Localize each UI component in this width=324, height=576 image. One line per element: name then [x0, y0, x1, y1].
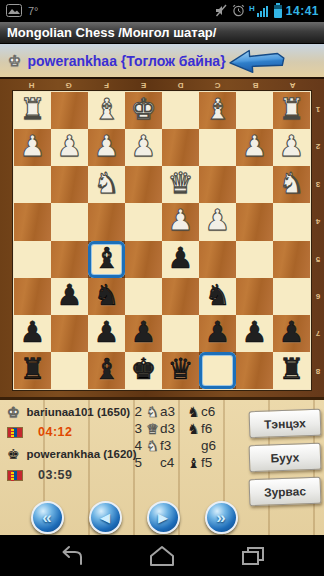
white-knight-a3: ♞ [279, 169, 305, 198]
square-h6[interactable] [14, 278, 51, 315]
status-bar: 7° H 14:41 [0, 0, 324, 22]
rank-label-8: 8 [312, 353, 324, 390]
rank-label-2: 2 [312, 128, 324, 165]
square-f3[interactable]: ♞ [88, 166, 125, 203]
file-label-C: C [199, 79, 236, 91]
square-b6[interactable] [236, 278, 273, 315]
black-king-e8: ♚ [131, 355, 157, 384]
square-e4[interactable] [125, 203, 162, 240]
move-number: 3 [130, 421, 142, 436]
white-clock-row: 04:12 [7, 425, 72, 439]
black-bishop-f8: ♝ [94, 355, 120, 384]
back-icon[interactable] [58, 545, 84, 567]
app-screen: 7° H 14:41 Mongolian Chess /Монгол шатар… [0, 0, 324, 576]
white-move-piece-icon: ♛ [145, 422, 160, 436]
square-h4[interactable] [14, 203, 51, 240]
file-label-B: B [237, 79, 274, 91]
square-d6[interactable] [162, 278, 199, 315]
square-d2[interactable] [162, 129, 199, 166]
move-nav-buttons: «◀▶» [0, 501, 250, 534]
white-move-square: f3 [160, 438, 186, 453]
black-bishop-f5: ♝ [94, 244, 120, 273]
white-player-name: bariunaa101 (1650) [27, 406, 131, 418]
file-labels: HGFEDCBA [13, 79, 311, 91]
square-g4[interactable] [51, 203, 88, 240]
game-header: ♚ powerankhaa {Тоглож байна} [0, 44, 324, 77]
square-h2[interactable]: ♟ [14, 129, 51, 166]
black-knight-f6: ♞ [94, 281, 120, 310]
square-c8[interactable] [199, 352, 236, 389]
white-move-square: d3 [160, 421, 186, 436]
alarm-icon [232, 4, 245, 19]
draw-button[interactable]: Тэнцэх [249, 409, 322, 438]
white-move-square: c4 [160, 455, 186, 470]
square-a2[interactable]: ♟ [273, 129, 310, 166]
white-queen-d3: ♛ [168, 169, 194, 198]
square-e2[interactable]: ♟ [125, 129, 162, 166]
white-player-king-icon: ♚ [7, 405, 20, 419]
square-f6[interactable]: ♞ [88, 278, 125, 315]
temperature-label: 7° [28, 5, 39, 17]
first-move-button[interactable]: « [31, 501, 64, 534]
signal-icon [257, 6, 268, 17]
black-pawn-c7: ♟ [205, 318, 231, 347]
player-row-black: ♚ powerankhaa (1620) [7, 447, 137, 461]
square-d8[interactable]: ♛ [162, 352, 199, 389]
square-e3[interactable] [125, 166, 162, 203]
resign-button[interactable]: Буух [249, 443, 322, 472]
move-number: 4 [130, 438, 142, 453]
black-pawn-h7: ♟ [20, 318, 46, 347]
black-move-square: c6 [201, 404, 227, 419]
square-c1[interactable]: ♝ [199, 92, 236, 129]
square-g6[interactable]: ♟ [51, 278, 88, 315]
white-pawn-b2: ♟ [242, 132, 268, 161]
next-move-button[interactable]: ▶ [147, 501, 180, 534]
square-c7[interactable]: ♟ [199, 315, 236, 352]
white-bishop-c1: ♝ [205, 95, 231, 124]
file-label-A: A [274, 79, 311, 91]
square-a1[interactable]: ♜ [273, 92, 310, 129]
square-f8[interactable]: ♝ [88, 352, 125, 389]
white-king-icon: ♚ [8, 52, 21, 70]
white-pawn-f2: ♟ [94, 132, 120, 161]
black-move-piece-icon: ♞ [186, 405, 201, 419]
square-b1[interactable] [236, 92, 273, 129]
black-pawn-b7: ♟ [242, 318, 268, 347]
game-info-panel: ♚ bariunaa101 (1650) 04:12 ♚ powerankhaa… [0, 400, 324, 535]
square-f4[interactable] [88, 203, 125, 240]
black-queen-d8: ♛ [168, 355, 194, 384]
move-row-5: 5c4♝f5 [130, 454, 227, 471]
square-h1[interactable]: ♜ [14, 92, 51, 129]
move-list[interactable]: 2♞a3♞c63♛d3♞f64♞f3g65c4♝f5 [130, 403, 227, 471]
white-pawn-d4: ♟ [168, 206, 194, 235]
player-row-white: ♚ bariunaa101 (1650) [7, 405, 130, 419]
rank-label-4: 4 [312, 203, 324, 240]
square-e7[interactable]: ♟ [125, 315, 162, 352]
black-player-king-icon: ♚ [7, 447, 20, 461]
rank-label-6: 6 [312, 278, 324, 315]
white-pawn-h2: ♟ [20, 132, 46, 161]
recents-icon[interactable] [240, 545, 266, 567]
rank-label-3: 3 [312, 166, 324, 203]
square-e5[interactable] [125, 241, 162, 278]
black-pawn-d5: ♟ [168, 244, 194, 273]
rank-label-5: 5 [312, 241, 324, 278]
black-move-square: f6 [201, 421, 227, 436]
action-buttons: Тэнцэх Буух Зурвас [249, 410, 321, 505]
clock-time: 14:41 [286, 4, 319, 18]
square-b4[interactable] [236, 203, 273, 240]
square-e6[interactable] [125, 278, 162, 315]
black-rook-h8: ♜ [20, 355, 46, 384]
square-c3[interactable] [199, 166, 236, 203]
white-bishop-f1: ♝ [94, 95, 120, 124]
move-number: 2 [130, 404, 142, 419]
square-g8[interactable] [51, 352, 88, 389]
battery-icon [274, 5, 282, 18]
square-f1[interactable]: ♝ [88, 92, 125, 129]
square-d5[interactable]: ♟ [162, 241, 199, 278]
back-arrow-button[interactable] [228, 48, 286, 79]
square-a8[interactable]: ♜ [273, 352, 310, 389]
file-label-E: E [125, 79, 162, 91]
white-pawn-c4: ♟ [205, 206, 231, 235]
square-f5[interactable]: ♝ [88, 241, 125, 278]
chess-board-frame: HGFEDCBA 12345678 ♜♝♚♝♜♟♟♟♟♟♟♞♛♞♟♟♝♟♟♞♞♟… [0, 77, 324, 400]
turn-status-label: powerankhaa {Тоглож байна} [27, 53, 225, 69]
square-c4[interactable]: ♟ [199, 203, 236, 240]
file-label-G: G [50, 79, 87, 91]
white-pawn-g2: ♟ [57, 132, 83, 161]
square-a6[interactable] [273, 278, 310, 315]
square-g7[interactable] [51, 315, 88, 352]
square-d1[interactable] [162, 92, 199, 129]
home-icon[interactable] [148, 545, 176, 567]
mute-icon [215, 4, 228, 19]
black-player-name: powerankhaa (1620) [27, 448, 137, 460]
square-g5[interactable] [51, 241, 88, 278]
square-d4[interactable]: ♟ [162, 203, 199, 240]
square-a5[interactable] [273, 241, 310, 278]
square-d3[interactable]: ♛ [162, 166, 199, 203]
black-clock: 03:59 [38, 468, 72, 482]
square-e1[interactable]: ♚ [125, 92, 162, 129]
white-knight-f3: ♞ [94, 169, 120, 198]
message-button[interactable]: Зурвас [249, 477, 322, 506]
black-knight-c6: ♞ [205, 281, 231, 310]
square-f7[interactable]: ♟ [88, 315, 125, 352]
square-b5[interactable] [236, 241, 273, 278]
square-a3[interactable]: ♞ [273, 166, 310, 203]
square-b2[interactable]: ♟ [236, 129, 273, 166]
white-move-piece-icon: ♞ [145, 405, 160, 419]
white-pawn-e2: ♟ [131, 132, 157, 161]
rank-label-7: 7 [312, 315, 324, 352]
chess-board[interactable]: ♜♝♚♝♜♟♟♟♟♟♟♞♛♞♟♟♝♟♟♞♞♟♟♟♟♟♟♜♝♚♛♜ [13, 91, 311, 390]
black-pawn-a7: ♟ [279, 318, 305, 347]
title-bar: Mongolian Chess /Монгол шатар/ [0, 22, 324, 44]
move-row-2: 2♞a3♞c6 [130, 403, 227, 420]
android-nav-bar [0, 535, 324, 576]
white-move-piece-icon: ♞ [145, 439, 160, 453]
mongolia-flag-icon [7, 427, 23, 438]
square-d7[interactable] [162, 315, 199, 352]
black-move-square: f5 [201, 455, 227, 470]
black-clock-row: 03:59 [7, 468, 72, 482]
square-g2[interactable]: ♟ [51, 129, 88, 166]
square-h8[interactable]: ♜ [14, 352, 51, 389]
white-pawn-a2: ♟ [279, 132, 305, 161]
square-g1[interactable] [51, 92, 88, 129]
square-c6[interactable]: ♞ [199, 278, 236, 315]
black-rook-a8: ♜ [279, 355, 305, 384]
black-move-piece-icon: ♝ [186, 456, 201, 470]
white-king-e1: ♚ [131, 95, 157, 124]
white-rook-a1: ♜ [279, 95, 305, 124]
black-pawn-e7: ♟ [131, 318, 157, 347]
square-a4[interactable] [273, 203, 310, 240]
white-rook-h1: ♜ [20, 95, 46, 124]
square-c2[interactable] [199, 129, 236, 166]
square-a7[interactable]: ♟ [273, 315, 310, 352]
square-b8[interactable] [236, 352, 273, 389]
rank-labels: 12345678 [312, 91, 324, 390]
square-h7[interactable]: ♟ [14, 315, 51, 352]
black-pawn-f7: ♟ [94, 318, 120, 347]
network-type-label: H [249, 4, 255, 13]
file-label-F: F [88, 79, 125, 91]
black-move-square: g6 [201, 438, 227, 453]
white-move-square: a3 [160, 404, 186, 419]
gallery-notification-icon [6, 4, 22, 19]
move-row-3: 3♛d3♞f6 [130, 420, 227, 437]
move-number: 5 [130, 455, 142, 470]
square-h3[interactable] [14, 166, 51, 203]
move-row-4: 4♞f3g6 [130, 437, 227, 454]
white-clock: 04:12 [38, 425, 72, 439]
square-b3[interactable] [236, 166, 273, 203]
square-b7[interactable]: ♟ [236, 315, 273, 352]
mongolia-flag-icon [7, 470, 23, 481]
prev-move-button[interactable]: ◀ [89, 501, 122, 534]
square-e8[interactable]: ♚ [125, 352, 162, 389]
file-label-H: H [13, 79, 50, 91]
file-label-D: D [162, 79, 199, 91]
app-title: Mongolian Chess /Монгол шатар/ [7, 25, 216, 40]
black-pawn-g6: ♟ [57, 281, 83, 310]
black-move-piece-icon: ♞ [186, 422, 201, 436]
square-f2[interactable]: ♟ [88, 129, 125, 166]
square-c5[interactable] [199, 241, 236, 278]
rank-label-1: 1 [312, 91, 324, 128]
square-h5[interactable] [14, 241, 51, 278]
square-g3[interactable] [51, 166, 88, 203]
last-move-button[interactable]: » [205, 501, 238, 534]
